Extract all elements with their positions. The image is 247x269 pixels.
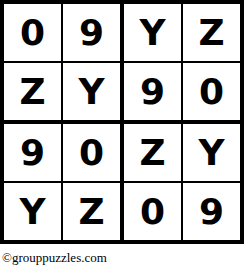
sudoku-board: 0 9 Z Y Y Z 9 0 9 0 Y Z Z Y 0 9: [0, 0, 244, 244]
cell-r2c1[interactable]: 0: [63, 124, 120, 181]
box-top-left: 0 9 Z Y: [4, 4, 120, 120]
cell-r1c0[interactable]: Z: [4, 63, 61, 120]
cell-r0c1[interactable]: 9: [63, 4, 120, 61]
cell-r3c2[interactable]: 0: [124, 183, 181, 240]
cell-r0c0[interactable]: 0: [4, 4, 61, 61]
cell-r2c3[interactable]: Y: [183, 124, 240, 181]
cell-r0c2[interactable]: Y: [124, 4, 181, 61]
box-top-right: Y Z 9 0: [124, 4, 240, 120]
cell-r1c2[interactable]: 9: [124, 63, 181, 120]
cell-r3c3[interactable]: 9: [183, 183, 240, 240]
puzzle-page: 0 9 Z Y Y Z 9 0 9 0 Y Z Z Y 0 9 ©grouppu…: [0, 0, 247, 269]
cell-r1c1[interactable]: Y: [63, 63, 120, 120]
cell-r1c3[interactable]: 0: [183, 63, 240, 120]
cell-r2c2[interactable]: Z: [124, 124, 181, 181]
box-bottom-right: Z Y 0 9: [124, 124, 240, 240]
cell-r0c3[interactable]: Z: [183, 4, 240, 61]
site-credit: ©grouppuzzles.com: [2, 250, 107, 266]
cell-r3c0[interactable]: Y: [4, 183, 61, 240]
cell-r2c0[interactable]: 9: [4, 124, 61, 181]
box-bottom-left: 9 0 Y Z: [4, 124, 120, 240]
cell-r3c1[interactable]: Z: [63, 183, 120, 240]
